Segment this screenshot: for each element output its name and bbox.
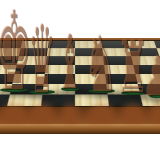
piece-king[interactable]: ♚ bbox=[0, 0, 32, 107]
piece-bishop[interactable]: ♝ bbox=[57, 25, 82, 100]
piece-reflection bbox=[61, 104, 80, 128]
piece-knight[interactable]: ♞ bbox=[84, 25, 118, 103]
chess-set-photo: ♚♛♝♞♜♟ bbox=[0, 0, 160, 160]
piece-queen[interactable]: ♛ bbox=[28, 12, 55, 107]
piece-pawn[interactable]: ♟ bbox=[142, 49, 160, 104]
pieces-layer: ♚♛♝♞♜♟ bbox=[0, 0, 160, 160]
